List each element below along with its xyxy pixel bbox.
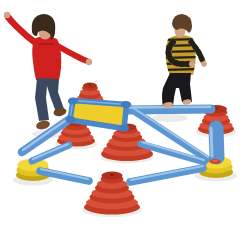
corner-hub bbox=[119, 124, 129, 131]
shirt-stripe bbox=[160, 39, 202, 40]
left-child-torso bbox=[32, 36, 61, 80]
plank-highlight bbox=[211, 128, 212, 156]
plank-right-child bbox=[128, 109, 211, 110]
shirt-stripe bbox=[160, 57, 202, 58]
shirt-stripe bbox=[160, 69, 202, 70]
corner-hub bbox=[65, 116, 75, 123]
right-child-hand bbox=[189, 61, 195, 67]
disc-right-center-cap bbox=[210, 159, 221, 164]
shadow bbox=[152, 114, 188, 122]
right-child-hand bbox=[201, 61, 207, 67]
disc-cap-highlight bbox=[212, 160, 218, 163]
left-child-hand bbox=[86, 59, 92, 65]
plank-discL-stoneLeft bbox=[32, 145, 69, 161]
left-child-hand bbox=[4, 12, 10, 18]
right-child bbox=[160, 14, 207, 108]
corner-hub bbox=[68, 97, 78, 104]
plank-stoneRight-discR bbox=[216, 128, 217, 157]
corner-hub bbox=[121, 101, 131, 108]
plank-bottom-discR bbox=[130, 168, 203, 182]
balance-course-photo bbox=[0, 0, 240, 240]
